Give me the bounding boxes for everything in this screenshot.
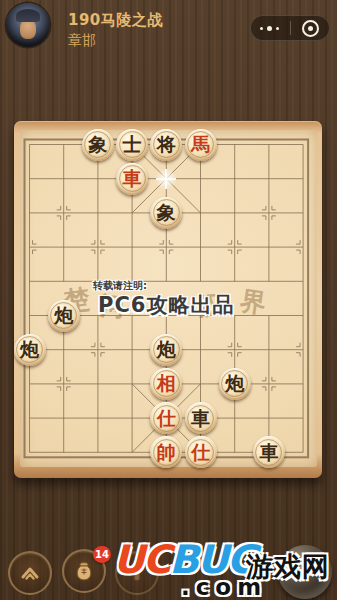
piece-black-車[interactable]: 車 bbox=[185, 402, 217, 434]
piece-red-馬[interactable]: 馬 bbox=[185, 129, 217, 161]
piece-black-士[interactable]: 士 bbox=[116, 129, 148, 161]
last-move-marker bbox=[155, 168, 177, 190]
tips-bag-button[interactable]: 14 bbox=[62, 549, 106, 593]
piece-black-炮[interactable]: 炮 bbox=[48, 300, 80, 332]
piece-black-炮[interactable]: 炮 bbox=[14, 334, 46, 366]
piece-black-炮[interactable]: 炮 bbox=[219, 368, 251, 400]
piece-red-相[interactable]: 相 bbox=[150, 368, 182, 400]
piece-red-仕[interactable]: 仕 bbox=[185, 436, 217, 468]
piece-black-象[interactable]: 象 bbox=[82, 129, 114, 161]
piece-black-車[interactable]: 車 bbox=[253, 436, 285, 468]
money-bag-icon bbox=[72, 559, 96, 583]
watermark-uc: UC bbox=[113, 537, 169, 582]
piece-red-車[interactable]: 車 bbox=[116, 163, 148, 195]
piece-black-炮[interactable]: 炮 bbox=[150, 334, 182, 366]
river-text-jie: 界 bbox=[238, 283, 269, 321]
chevron-up-icon bbox=[19, 562, 41, 584]
tips-count-badge: 14 bbox=[93, 546, 111, 563]
watermark-com: .com bbox=[181, 574, 267, 600]
piece-black-象[interactable]: 象 bbox=[150, 197, 182, 229]
menu-button[interactable] bbox=[8, 551, 52, 595]
piece-black-将[interactable]: 将 bbox=[150, 129, 182, 161]
watermark-main: PC6攻略出品 bbox=[98, 291, 234, 319]
